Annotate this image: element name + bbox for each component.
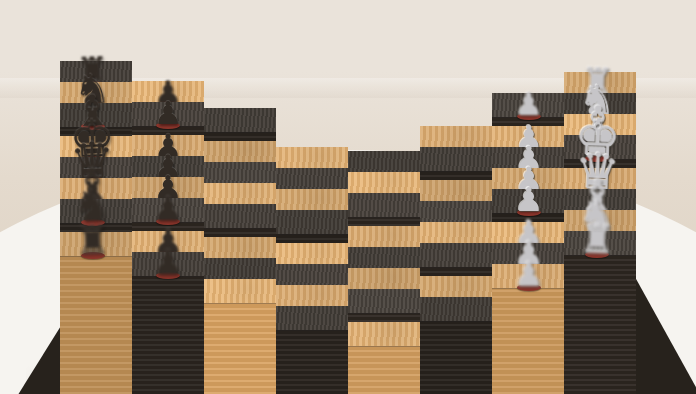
square-top-face: [204, 204, 276, 228]
square-front-face: [564, 255, 636, 394]
piece-white-rook-a1[interactable]: ♜: [561, 217, 634, 257]
pawn-glyph: ♟: [496, 88, 562, 119]
piece-black-pawn-a7[interactable]: ♟: [132, 245, 204, 277]
piece-white-pawn-d2[interactable]: ♟: [494, 183, 563, 214]
pawn-glyph: ♟: [135, 97, 202, 129]
square-top-face: [276, 306, 348, 330]
square-front-face: [60, 256, 132, 394]
rook-glyph: ♜: [56, 219, 129, 261]
square-top-face: [420, 297, 492, 321]
square-top-face: [204, 279, 276, 303]
piece-white-pawn-h2[interactable]: ♟: [496, 88, 562, 117]
chess-board: ♜♟♟♜♞♟♟♞♝♟♟♝♚♟♟♚♛♟♟♛♝♟♟♝♞♟♟♞♜♟♟♜: [0, 0, 696, 394]
square-a5[interactable]: [276, 306, 348, 394]
square-top-face: [348, 193, 420, 217]
square-top-face: [204, 108, 276, 132]
piece-black-pawn-c7[interactable]: ♟: [133, 191, 203, 222]
square-top-face: [348, 289, 420, 313]
piece-white-pawn-a2[interactable]: ♟: [493, 257, 565, 289]
pawn-glyph: ♟: [493, 257, 565, 291]
rook-glyph: ♜: [561, 217, 634, 259]
square-top-face: [348, 322, 420, 346]
square-a4[interactable]: [348, 322, 420, 394]
pawn-glyph: ♟: [133, 191, 203, 224]
square-a3[interactable]: [420, 297, 492, 394]
pawn-glyph: ♟: [132, 245, 204, 279]
square-front-face: [420, 321, 492, 394]
square-top-face: [276, 210, 348, 234]
square-front-face: [348, 346, 420, 394]
pawn-glyph: ♟: [494, 183, 563, 216]
piece-black-rook-a8[interactable]: ♜: [56, 219, 129, 259]
photo-scene: ♜♟♟♜♞♟♟♞♝♟♟♝♚♟♟♚♛♟♟♛♝♟♟♝♞♟♟♞♜♟♟♜: [0, 0, 696, 394]
square-front-face: [132, 276, 204, 394]
piece-black-pawn-g7[interactable]: ♟: [135, 97, 202, 127]
square-top-face: [420, 243, 492, 267]
square-front-face: [204, 303, 276, 394]
square-a6[interactable]: [204, 279, 276, 394]
square-front-face: [276, 330, 348, 394]
square-top-face: [420, 147, 492, 171]
square-front-face: [492, 288, 564, 394]
